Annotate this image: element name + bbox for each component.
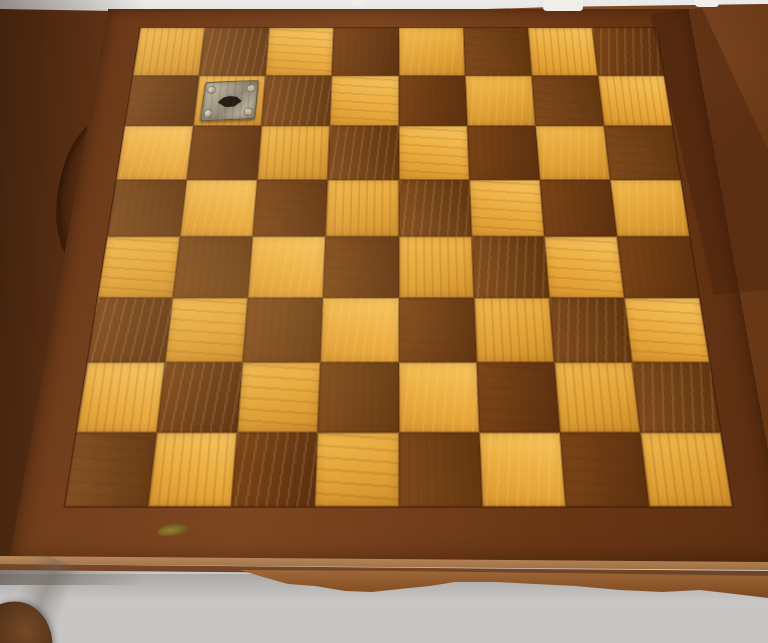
square-g6 bbox=[535, 126, 610, 180]
square-h8 bbox=[592, 28, 664, 76]
square-a8 bbox=[133, 28, 205, 76]
square-h5 bbox=[610, 179, 690, 236]
square-d3 bbox=[321, 297, 399, 362]
square-c3 bbox=[243, 297, 323, 362]
chessboard-perspective-wrap bbox=[66, 0, 731, 530]
board-frame bbox=[9, 9, 768, 563]
square-h6 bbox=[604, 126, 681, 180]
square-d6 bbox=[328, 126, 399, 180]
square-a7 bbox=[125, 75, 199, 125]
square-c1 bbox=[232, 432, 318, 507]
square-b5 bbox=[180, 179, 257, 236]
square-b2 bbox=[157, 362, 243, 432]
square-e5 bbox=[399, 179, 472, 236]
square-c6 bbox=[257, 126, 330, 180]
square-f6 bbox=[467, 126, 540, 180]
square-b8 bbox=[199, 28, 269, 76]
checkerboard-grid bbox=[65, 28, 733, 507]
keyhole-escutcheon bbox=[199, 80, 259, 121]
square-a4 bbox=[98, 236, 180, 297]
square-f1 bbox=[479, 432, 565, 507]
keyhole-icon bbox=[216, 94, 242, 109]
square-g1 bbox=[560, 432, 649, 507]
square-c7 bbox=[262, 75, 332, 125]
edge-chip bbox=[352, 0, 365, 6]
square-f4 bbox=[471, 236, 549, 297]
square-h3 bbox=[624, 297, 709, 362]
square-e7 bbox=[399, 75, 467, 125]
photo-antique-chess-table bbox=[0, 0, 768, 643]
square-e8 bbox=[399, 28, 465, 76]
square-f8 bbox=[463, 28, 531, 76]
square-a1 bbox=[65, 432, 157, 507]
screw-icon bbox=[243, 107, 253, 116]
square-d2 bbox=[318, 362, 399, 432]
square-f5 bbox=[469, 179, 544, 236]
square-f7 bbox=[465, 75, 535, 125]
square-c4 bbox=[248, 236, 326, 297]
edge-chip bbox=[695, 0, 719, 7]
screw-icon bbox=[245, 84, 255, 92]
square-d4 bbox=[323, 236, 398, 297]
square-c5 bbox=[253, 179, 328, 236]
square-e4 bbox=[399, 236, 474, 297]
square-b4 bbox=[173, 236, 253, 297]
square-h1 bbox=[640, 432, 732, 507]
square-c8 bbox=[266, 28, 334, 76]
square-a5 bbox=[107, 179, 187, 236]
square-g3 bbox=[549, 297, 632, 362]
square-b6 bbox=[187, 126, 262, 180]
square-g2 bbox=[554, 362, 640, 432]
square-f2 bbox=[476, 362, 559, 432]
square-f3 bbox=[474, 297, 554, 362]
square-g7 bbox=[531, 75, 603, 125]
square-g4 bbox=[544, 236, 624, 297]
square-e3 bbox=[399, 297, 477, 362]
square-a3 bbox=[87, 297, 172, 362]
square-e2 bbox=[399, 362, 480, 432]
square-c2 bbox=[237, 362, 320, 432]
square-b1 bbox=[148, 432, 237, 507]
square-h2 bbox=[632, 362, 721, 432]
square-d1 bbox=[315, 432, 398, 507]
square-a6 bbox=[116, 126, 193, 180]
screw-icon bbox=[206, 85, 216, 93]
square-e6 bbox=[399, 126, 470, 180]
square-h7 bbox=[598, 75, 672, 125]
edge-chip bbox=[543, 0, 583, 11]
square-a2 bbox=[76, 362, 165, 432]
square-b7 bbox=[193, 75, 265, 125]
square-g5 bbox=[540, 179, 617, 236]
square-d5 bbox=[326, 179, 399, 236]
square-d7 bbox=[330, 75, 398, 125]
square-g8 bbox=[528, 28, 598, 76]
screw-icon bbox=[203, 109, 213, 118]
square-b3 bbox=[165, 297, 248, 362]
square-e1 bbox=[399, 432, 482, 507]
square-d8 bbox=[332, 28, 398, 76]
square-h4 bbox=[617, 236, 699, 297]
